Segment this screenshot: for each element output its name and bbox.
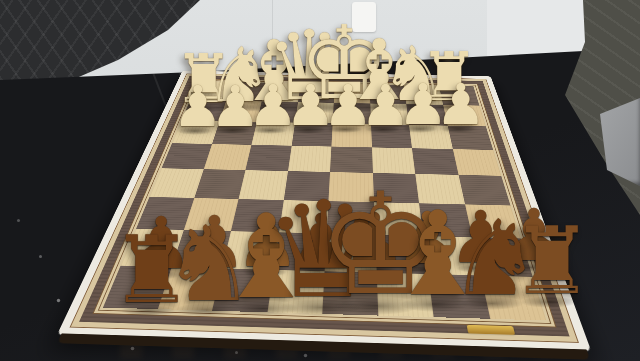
board-square [183, 198, 238, 231]
board-square [203, 144, 251, 170]
photo-scene: ♜♞♝♛♚♝♞♜♟♟♟♟♟♟♟♟♟♟♟♟♟♟♟♟♜♞♝♛♚♝♞♜ [0, 0, 640, 361]
board-square [443, 105, 486, 127]
board-square [267, 269, 325, 313]
board-square [325, 234, 377, 273]
board-square [222, 231, 279, 269]
board-square [412, 148, 458, 175]
board-square [298, 83, 335, 102]
board-square [370, 103, 409, 125]
cabinet-seam [272, 0, 273, 72]
board-square [279, 200, 329, 234]
board-square [404, 85, 443, 105]
board-square [439, 86, 480, 106]
board-square [369, 85, 406, 104]
brass-plaque [467, 325, 516, 335]
board-square [273, 232, 326, 271]
board-square [409, 125, 452, 149]
board-square [219, 101, 262, 122]
board-square [251, 122, 294, 146]
board-square [374, 202, 424, 236]
board-square [452, 149, 501, 176]
board-square [328, 172, 373, 202]
board-square [415, 174, 464, 204]
board-square [283, 171, 330, 201]
board-square [327, 201, 375, 235]
board-square [375, 235, 428, 274]
board-square [262, 83, 301, 102]
board-square [330, 146, 373, 173]
board-square [334, 84, 370, 103]
board-square [372, 147, 416, 174]
board-square [333, 103, 371, 124]
board-square [458, 175, 510, 205]
board-square [288, 145, 332, 172]
board-square [373, 173, 419, 203]
board-square [331, 123, 371, 147]
board-square [257, 101, 298, 122]
board-square [322, 271, 378, 316]
board-square [447, 126, 493, 150]
board-square [376, 272, 433, 317]
board-square [194, 169, 245, 199]
board-square [419, 203, 472, 237]
board-square [212, 268, 273, 312]
board-square [295, 102, 334, 123]
board-square [423, 236, 480, 275]
board-square [291, 123, 332, 147]
board-square [231, 199, 283, 233]
board-square [226, 82, 266, 101]
board-square [245, 145, 291, 171]
light-switch [352, 2, 376, 32]
board-square [371, 124, 412, 148]
board-square [212, 121, 257, 145]
board-square [239, 170, 288, 200]
board-square [406, 104, 447, 126]
board-square [171, 230, 231, 268]
